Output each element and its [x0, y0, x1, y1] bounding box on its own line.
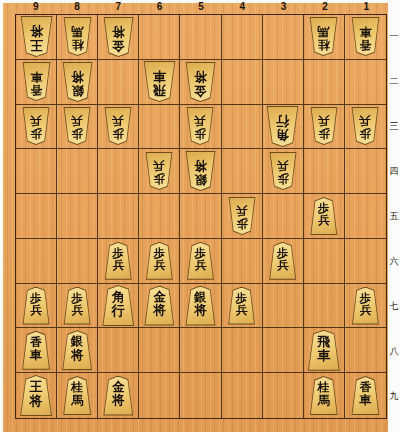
piece-face: 王将 [21, 17, 52, 56]
piece-kanji: 金将 [153, 291, 166, 318]
piece-face: 金将 [104, 18, 133, 56]
board-cell[interactable] [304, 284, 345, 329]
rank-label: 三 [388, 104, 400, 149]
piece-face: 王将 [21, 376, 52, 415]
piece-face: 歩兵 [187, 108, 213, 144]
piece-face: 飛車 [308, 331, 339, 370]
sente-pawn-piece[interactable]: 歩兵 [22, 287, 50, 325]
board-cell[interactable] [222, 149, 263, 194]
piece-kanji: 歩兵 [318, 115, 330, 140]
piece-kanji: 歩兵 [71, 115, 83, 140]
board-cell[interactable] [263, 373, 304, 418]
piece-face: 歩兵 [64, 288, 90, 324]
gote-rook-piece[interactable]: 飛車 [143, 61, 176, 102]
board-cell[interactable] [180, 328, 221, 373]
gote-knight-piece[interactable]: 桂馬 [63, 17, 92, 56]
sente-knight-piece[interactable]: 桂馬 [309, 376, 338, 415]
piece-kanji: 香車 [30, 70, 42, 96]
gote-gold-piece[interactable]: 金将 [185, 62, 216, 102]
board-cell[interactable] [139, 105, 180, 150]
piece-kanji: 歩兵 [113, 115, 125, 140]
piece-kanji: 歩兵 [30, 115, 42, 140]
piece-kanji: 桂馬 [318, 25, 330, 51]
piece-face: 銀将 [186, 152, 215, 190]
board-cell[interactable] [304, 149, 345, 194]
sente-pawn-piece[interactable]: 歩兵 [269, 242, 297, 280]
board-cell[interactable] [304, 60, 345, 105]
gote-gold-piece[interactable]: 金将 [103, 17, 134, 57]
piece-face: 歩兵 [311, 108, 337, 144]
piece-face: 金将 [104, 377, 133, 415]
board-cell[interactable] [345, 328, 386, 373]
board-cell[interactable] [263, 15, 304, 60]
rank-label: 一 [388, 14, 400, 59]
piece-face: 桂馬 [64, 18, 91, 55]
board-cell[interactable]: 歩兵 [222, 284, 263, 329]
file-labels: 987654321 [15, 1, 387, 13]
board-cell[interactable]: 歩兵 [139, 239, 180, 284]
board-cell[interactable]: 飛車 [304, 328, 345, 373]
piece-kanji: 銀将 [194, 291, 207, 318]
piece-face: 歩兵 [352, 288, 378, 324]
board-cell[interactable] [139, 15, 180, 60]
piece-kanji: 金将 [112, 381, 125, 408]
sente-rook-piece[interactable]: 飛車 [307, 330, 340, 371]
rank-label: 二 [388, 59, 400, 104]
gote-lance-piece[interactable]: 香車 [351, 17, 380, 56]
board-cell[interactable] [345, 60, 386, 105]
board-cell[interactable] [139, 328, 180, 373]
gote-bishop-piece[interactable]: 角行 [266, 106, 299, 147]
board-cell[interactable] [345, 149, 386, 194]
piece-face: 香車 [352, 18, 379, 55]
piece-face: 金将 [145, 287, 174, 325]
piece-kanji: 歩兵 [277, 247, 289, 272]
board-cell[interactable] [139, 373, 180, 418]
board-cell[interactable] [16, 149, 57, 194]
file-label: 2 [304, 1, 345, 13]
piece-face: 香車 [352, 377, 379, 414]
board-cell[interactable]: 金将 [98, 373, 139, 418]
file-label: 7 [98, 1, 139, 13]
board-cell[interactable]: 歩兵 [139, 149, 180, 194]
piece-face: 歩兵 [146, 243, 172, 279]
sente-gold-piece[interactable]: 金将 [144, 286, 175, 326]
gote-pawn-piece[interactable]: 歩兵 [104, 107, 132, 145]
piece-face: 桂馬 [310, 377, 337, 414]
rank-label: 四 [388, 149, 400, 194]
gote-pawn-piece[interactable]: 歩兵 [228, 197, 256, 235]
board-cell[interactable] [263, 194, 304, 239]
board-cell[interactable]: 銀将 [180, 149, 221, 194]
board-cell[interactable]: 王将 [16, 373, 57, 418]
file-label: 1 [346, 1, 387, 13]
gote-pawn-piece[interactable]: 歩兵 [310, 107, 338, 145]
board-cell[interactable]: 歩兵 [345, 105, 386, 150]
piece-kanji: 銀将 [194, 159, 207, 186]
gote-pawn-piece[interactable]: 歩兵 [145, 152, 173, 190]
board-cell[interactable]: 歩兵 [16, 284, 57, 329]
piece-kanji: 歩兵 [71, 292, 83, 317]
piece-kanji: 香車 [359, 381, 371, 407]
sente-pawn-piece[interactable]: 歩兵 [63, 287, 91, 325]
gote-knight-piece[interactable]: 桂馬 [309, 17, 338, 56]
piece-kanji: 銀将 [71, 70, 84, 97]
file-label: 3 [263, 1, 304, 13]
sente-gold-piece[interactable]: 金将 [103, 376, 134, 416]
board-cell[interactable]: 歩兵 [98, 105, 139, 150]
board-cell[interactable] [98, 194, 139, 239]
board-cell[interactable]: 歩兵 [180, 105, 221, 150]
piece-face: 香車 [23, 332, 50, 369]
board-cell[interactable]: 角行 [98, 284, 139, 329]
piece-kanji: 桂馬 [71, 381, 83, 407]
board-cell[interactable]: 金将 [139, 284, 180, 329]
piece-kanji: 銀将 [71, 335, 84, 362]
piece-kanji: 王将 [30, 380, 43, 408]
board-cell[interactable] [222, 328, 263, 373]
piece-face: 歩兵 [105, 243, 131, 279]
board-cell[interactable] [139, 194, 180, 239]
board-cell[interactable] [222, 373, 263, 418]
file-label: 9 [15, 1, 56, 13]
board-cell[interactable] [345, 194, 386, 239]
board-cell[interactable] [180, 373, 221, 418]
gote-pawn-piece[interactable]: 歩兵 [269, 152, 297, 190]
piece-kanji: 王将 [30, 24, 43, 52]
piece-face: 金将 [186, 63, 215, 101]
piece-face: 歩兵 [229, 198, 255, 234]
board-cell[interactable]: 桂馬 [304, 15, 345, 60]
board-cell[interactable] [98, 149, 139, 194]
board-cell[interactable] [345, 239, 386, 284]
piece-face: 歩兵 [270, 243, 296, 279]
board-cell[interactable] [222, 105, 263, 150]
board-cell[interactable] [180, 194, 221, 239]
file-label: 5 [180, 1, 221, 13]
rank-label: 五 [388, 194, 400, 239]
sente-bishop-piece[interactable]: 角行 [102, 285, 135, 326]
sente-knight-piece[interactable]: 桂馬 [63, 376, 92, 415]
piece-face: 歩兵 [352, 108, 378, 144]
board-cell[interactable]: 歩兵 [304, 105, 345, 150]
piece-kanji: 歩兵 [195, 115, 207, 140]
board-cell[interactable]: 銀将 [57, 328, 98, 373]
sente-silver-piece[interactable]: 銀将 [185, 286, 216, 326]
board-cell[interactable]: 金将 [98, 15, 139, 60]
gote-pawn-piece[interactable]: 歩兵 [63, 107, 91, 145]
piece-face: 歩兵 [64, 108, 90, 144]
rank-label: 九 [388, 374, 400, 419]
piece-kanji: 歩兵 [30, 292, 42, 317]
rank-label: 六 [388, 239, 400, 284]
file-label: 4 [222, 1, 263, 13]
piece-face: 歩兵 [270, 153, 296, 189]
board-cell[interactable] [222, 15, 263, 60]
board-cell[interactable]: 香車 [345, 15, 386, 60]
board-cell[interactable] [98, 60, 139, 105]
board-cell[interactable]: 銀将 [57, 60, 98, 105]
board-cell[interactable]: 香車 [345, 373, 386, 418]
gote-pawn-piece[interactable]: 歩兵 [186, 107, 214, 145]
board-cell[interactable] [98, 328, 139, 373]
board-cell[interactable] [222, 239, 263, 284]
piece-kanji: 金将 [194, 70, 207, 97]
board-cell[interactable]: 香車 [16, 328, 57, 373]
gote-lance-piece[interactable]: 香車 [22, 62, 51, 101]
piece-face: 角行 [267, 107, 298, 146]
piece-kanji: 飛車 [153, 69, 166, 97]
piece-kanji: 香車 [359, 25, 371, 51]
sente-pawn-piece[interactable]: 歩兵 [145, 242, 173, 280]
board-cell[interactable]: 歩兵 [222, 194, 263, 239]
piece-kanji: 歩兵 [236, 205, 248, 230]
board-cell[interactable]: 桂馬 [304, 373, 345, 418]
sente-pawn-piece[interactable]: 歩兵 [310, 197, 338, 235]
board-cell[interactable] [57, 239, 98, 284]
piece-face: 歩兵 [311, 198, 337, 234]
rank-label: 八 [388, 329, 400, 374]
rank-label: 七 [388, 284, 400, 329]
piece-kanji: 歩兵 [195, 247, 207, 272]
piece-face: 銀将 [186, 287, 215, 325]
board-cell[interactable] [180, 15, 221, 60]
piece-face: 飛車 [144, 62, 175, 101]
board-cell[interactable]: 金将 [180, 60, 221, 105]
piece-kanji: 桂馬 [318, 381, 330, 407]
board-cell[interactable] [222, 60, 263, 105]
rank-labels: 一二三四五六七八九 [388, 14, 400, 419]
sente-pawn-piece[interactable]: 歩兵 [228, 287, 256, 325]
board-cell[interactable]: 歩兵 [57, 284, 98, 329]
board-cell[interactable]: 角行 [263, 105, 304, 150]
piece-kanji: 飛車 [317, 335, 330, 363]
board-cell[interactable]: 歩兵 [98, 239, 139, 284]
board-cell[interactable]: 桂馬 [57, 15, 98, 60]
piece-face: 歩兵 [23, 108, 49, 144]
piece-kanji: 金将 [112, 25, 125, 52]
shogi-app: 987654321 王将桂馬金将桂馬香車香車銀将飛車金将歩兵歩兵歩兵歩兵角行歩兵… [0, 0, 400, 432]
board-cell[interactable] [263, 60, 304, 105]
piece-face: 歩兵 [187, 243, 213, 279]
board-cell[interactable]: 歩兵 [345, 284, 386, 329]
sente-silver-piece[interactable]: 銀将 [62, 330, 93, 370]
board-cell[interactable]: 桂馬 [57, 373, 98, 418]
sente-lance-piece[interactable]: 香車 [22, 331, 51, 370]
board-cell[interactable]: 香車 [16, 60, 57, 105]
board-cell[interactable]: 歩兵 [263, 149, 304, 194]
piece-face: 桂馬 [310, 18, 337, 55]
piece-kanji: 香車 [30, 336, 42, 362]
piece-kanji: 角行 [276, 114, 289, 142]
piece-face: 銀将 [63, 63, 92, 101]
board-cell[interactable]: 飛車 [139, 60, 180, 105]
board-cell[interactable]: 王将 [16, 15, 57, 60]
piece-kanji: 歩兵 [236, 292, 248, 317]
piece-kanji: 歩兵 [360, 115, 372, 140]
piece-kanji: 歩兵 [154, 160, 166, 185]
piece-kanji: 歩兵 [318, 202, 330, 227]
board-cell[interactable] [16, 194, 57, 239]
board-cell[interactable] [304, 239, 345, 284]
piece-face: 歩兵 [105, 108, 131, 144]
board-cell[interactable] [16, 239, 57, 284]
piece-kanji: 歩兵 [360, 292, 372, 317]
piece-face: 香車 [23, 63, 50, 100]
sente-pawn-piece[interactable]: 歩兵 [351, 287, 379, 325]
gote-pawn-piece[interactable]: 歩兵 [22, 107, 50, 145]
board-cell[interactable]: 歩兵 [180, 239, 221, 284]
gote-silver-piece[interactable]: 銀将 [185, 151, 216, 191]
board-cell[interactable] [263, 284, 304, 329]
board-grid: 王将桂馬金将桂馬香車香車銀将飛車金将歩兵歩兵歩兵歩兵角行歩兵歩兵歩兵銀将歩兵歩兵… [15, 14, 387, 419]
piece-face: 歩兵 [229, 288, 255, 324]
piece-face: 歩兵 [23, 288, 49, 324]
board-cell[interactable]: 歩兵 [304, 194, 345, 239]
sente-king-piece[interactable]: 王将 [20, 375, 53, 416]
piece-face: 角行 [103, 286, 134, 325]
gote-silver-piece[interactable]: 銀将 [62, 62, 93, 102]
piece-face: 銀将 [63, 331, 92, 369]
file-label: 8 [56, 1, 97, 13]
board-cell[interactable]: 歩兵 [57, 105, 98, 150]
board-cell[interactable]: 歩兵 [16, 105, 57, 150]
gote-king-piece[interactable]: 王将 [20, 16, 53, 57]
piece-face: 歩兵 [146, 153, 172, 189]
board-cell[interactable]: 歩兵 [263, 239, 304, 284]
sente-pawn-piece[interactable]: 歩兵 [186, 242, 214, 280]
board-cell[interactable] [57, 149, 98, 194]
gote-pawn-piece[interactable]: 歩兵 [351, 107, 379, 145]
piece-face: 桂馬 [64, 377, 91, 414]
sente-pawn-piece[interactable]: 歩兵 [104, 242, 132, 280]
board-cell[interactable] [57, 194, 98, 239]
piece-kanji: 角行 [112, 290, 125, 318]
file-label: 6 [139, 1, 180, 13]
piece-kanji: 桂馬 [71, 25, 83, 51]
board-cell[interactable] [263, 328, 304, 373]
sente-lance-piece[interactable]: 香車 [351, 376, 380, 415]
board-cell[interactable]: 銀将 [180, 284, 221, 329]
piece-kanji: 歩兵 [154, 247, 166, 272]
piece-kanji: 歩兵 [277, 160, 289, 185]
piece-kanji: 歩兵 [113, 247, 125, 272]
